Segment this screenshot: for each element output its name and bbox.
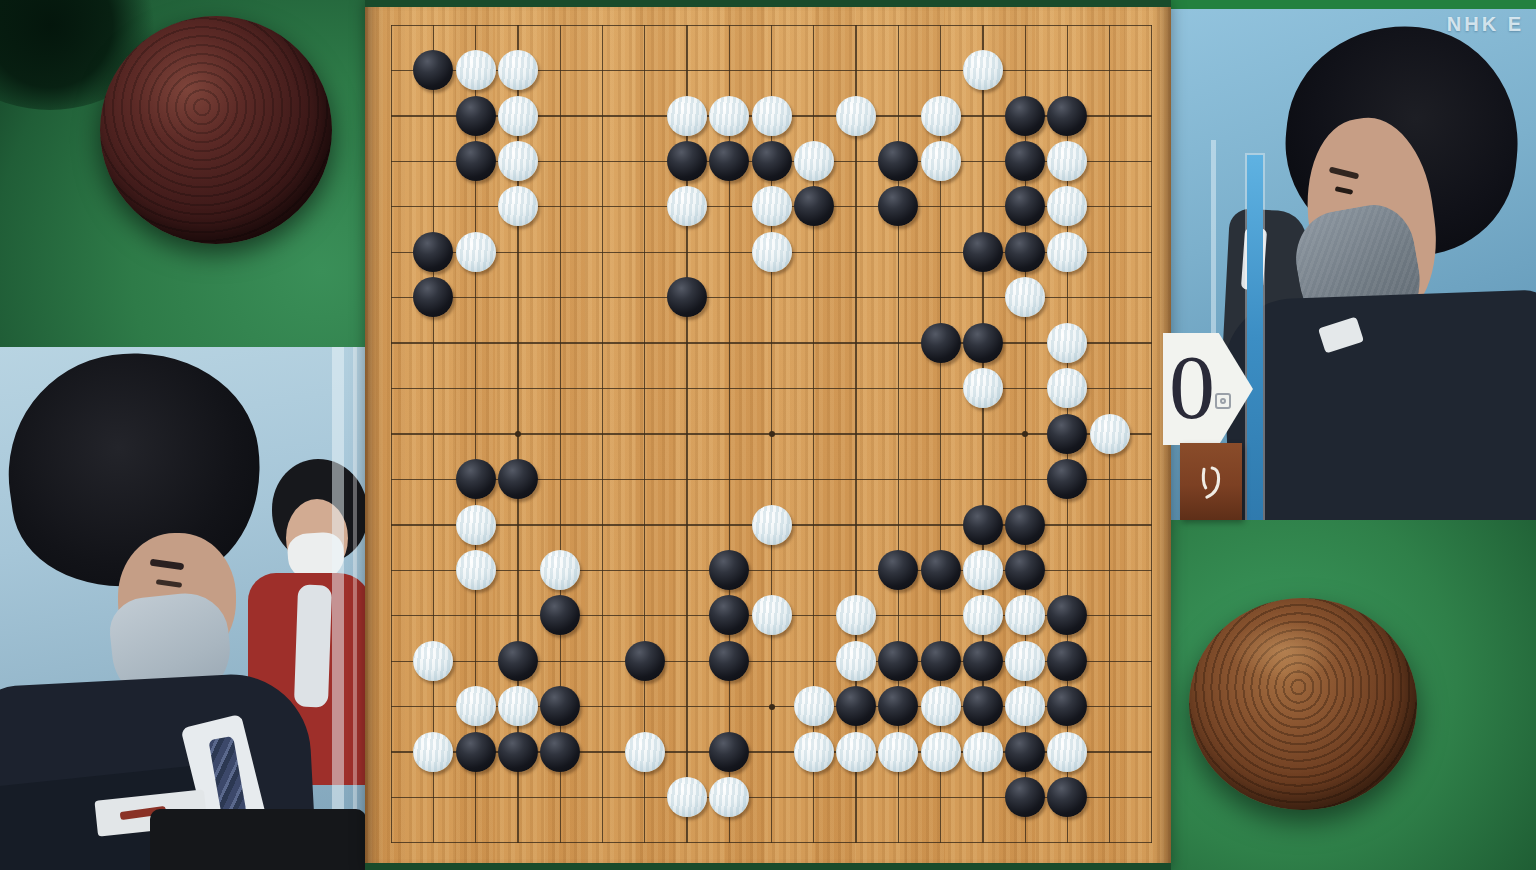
stone-black	[752, 141, 792, 181]
stone-white	[836, 96, 876, 136]
stone-white	[456, 232, 496, 272]
stone-white	[963, 550, 1003, 590]
stone-white	[1090, 414, 1130, 454]
stone-white	[456, 686, 496, 726]
stone-white	[625, 732, 665, 772]
stone-black	[1047, 595, 1087, 635]
nhk-watermark: NHK E	[1447, 13, 1524, 36]
stone-white	[1047, 186, 1087, 226]
stone-white	[413, 732, 453, 772]
stone-black	[709, 595, 749, 635]
stone-white	[921, 686, 961, 726]
stone-black	[1047, 641, 1087, 681]
top-green-strip	[1171, 0, 1536, 9]
stone-white	[540, 550, 580, 590]
stone-black	[709, 732, 749, 772]
stone-black	[540, 732, 580, 772]
stone-black	[1005, 186, 1045, 226]
hiragana-ri-glyph	[1197, 465, 1225, 499]
stone-black	[540, 686, 580, 726]
stone-black	[878, 186, 918, 226]
stone-white	[963, 368, 1003, 408]
stone-black	[878, 686, 918, 726]
table-felt-top-left	[0, 0, 365, 347]
stone-white	[752, 186, 792, 226]
stone-black	[498, 459, 538, 499]
stone-black	[836, 686, 876, 726]
stone-white	[498, 96, 538, 136]
stone-black	[1005, 550, 1045, 590]
player2-camera-view: NHK E	[1171, 0, 1536, 520]
stone-white	[1047, 232, 1087, 272]
stone-white	[498, 141, 538, 181]
stone-black	[878, 641, 918, 681]
stone-white	[1005, 686, 1045, 726]
stone-white	[963, 732, 1003, 772]
board-top-edge-shadow	[365, 0, 1171, 7]
stone-black	[456, 96, 496, 136]
stone-black	[667, 141, 707, 181]
stone-black	[413, 232, 453, 272]
stone-black	[963, 641, 1003, 681]
stone-black	[413, 277, 453, 317]
go-bowl-brown	[1189, 598, 1417, 810]
stone-black	[498, 732, 538, 772]
stone-black	[1005, 141, 1045, 181]
stone-black	[963, 232, 1003, 272]
stone-black	[1005, 505, 1045, 545]
stone-black	[625, 641, 665, 681]
stone-black	[456, 459, 496, 499]
stone-white	[667, 777, 707, 817]
seal-mark-icon	[1215, 393, 1231, 409]
stone-white	[752, 96, 792, 136]
stone-black	[709, 141, 749, 181]
stone-white	[1047, 368, 1087, 408]
stone-white	[963, 50, 1003, 90]
stone-white	[1047, 323, 1087, 363]
stone-black	[878, 141, 918, 181]
stone-white	[752, 232, 792, 272]
stone-white	[456, 550, 496, 590]
stone-white	[1047, 732, 1087, 772]
stone-white	[794, 141, 834, 181]
stone-white	[413, 641, 453, 681]
acrylic-partition-edge	[332, 347, 344, 809]
stone-black	[1005, 732, 1045, 772]
stone-black	[963, 686, 1003, 726]
attendant-blouse	[294, 584, 332, 707]
recorder-desk-equipment	[150, 809, 365, 870]
player2-suit	[1222, 289, 1536, 520]
stone-black	[1005, 232, 1045, 272]
stone-black	[709, 641, 749, 681]
go-board	[365, 0, 1171, 870]
stone-black	[1047, 777, 1087, 817]
stone-white	[456, 505, 496, 545]
stone-black	[540, 595, 580, 635]
stone-white	[498, 186, 538, 226]
stone-black	[1047, 96, 1087, 136]
stone-white	[709, 777, 749, 817]
stone-white	[709, 96, 749, 136]
stone-black	[456, 732, 496, 772]
stone-black	[709, 550, 749, 590]
stone-black	[921, 323, 961, 363]
go-bowl-dark	[100, 16, 332, 244]
stone-black	[963, 323, 1003, 363]
stone-white	[498, 686, 538, 726]
stone-white	[1005, 595, 1045, 635]
player1-camera-view	[0, 347, 365, 870]
board-stones-grid	[370, 2, 1173, 866]
stone-black	[456, 141, 496, 181]
move-counter-value: 0	[1157, 331, 1227, 443]
table-felt-bottom-right	[1171, 520, 1536, 870]
board-bottom-edge-shadow	[365, 863, 1171, 870]
stone-white	[498, 50, 538, 90]
stone-white	[794, 732, 834, 772]
stone-white	[1047, 141, 1087, 181]
stone-black	[794, 186, 834, 226]
stone-black	[1047, 686, 1087, 726]
stone-black	[498, 641, 538, 681]
stone-white	[456, 50, 496, 90]
stone-black	[921, 641, 961, 681]
stone-black	[921, 550, 961, 590]
stone-black	[1047, 414, 1087, 454]
sign-wooden-stand	[1180, 443, 1242, 520]
stone-white	[836, 732, 876, 772]
stone-black	[1047, 459, 1087, 499]
stone-white	[752, 595, 792, 635]
stone-black	[1005, 96, 1045, 136]
stone-black	[963, 505, 1003, 545]
stone-black	[878, 550, 918, 590]
stone-white	[667, 186, 707, 226]
stone-white	[921, 96, 961, 136]
stone-white	[878, 732, 918, 772]
stone-white	[836, 641, 876, 681]
stone-white	[921, 141, 961, 181]
stone-white	[1005, 641, 1045, 681]
stone-white	[963, 595, 1003, 635]
stone-white	[794, 686, 834, 726]
stone-white	[921, 732, 961, 772]
acrylic-partition-blue-edge	[1247, 155, 1263, 520]
stone-white	[752, 505, 792, 545]
stone-white	[836, 595, 876, 635]
stone-white	[667, 96, 707, 136]
bowl-highlight	[1229, 620, 1339, 680]
stone-black	[667, 277, 707, 317]
broadcast-frame: NHK E 0	[0, 0, 1536, 870]
acrylic-partition-edge-2	[353, 347, 357, 809]
stone-black	[1005, 777, 1045, 817]
stone-black	[413, 50, 453, 90]
stone-white	[1005, 277, 1045, 317]
